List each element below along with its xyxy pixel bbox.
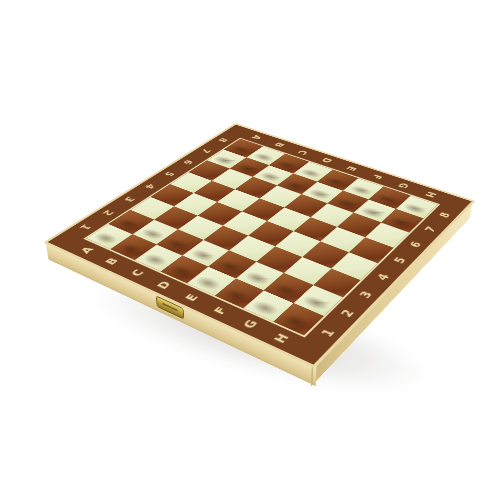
rook-glyph: ♜ [275, 274, 318, 321]
photo-scene: ABCDEFGH ABCDEFGH 87654321 87654321 ♜♞♝♛… [0, 0, 500, 500]
pawn-glyph: ♟ [384, 187, 416, 222]
